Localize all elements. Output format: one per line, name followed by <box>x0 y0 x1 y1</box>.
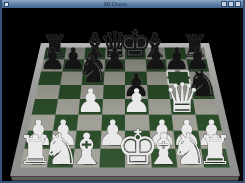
close-button[interactable] <box>235 1 241 7</box>
window-icon <box>4 2 9 7</box>
white-rook-h1[interactable]: ♜ <box>197 127 233 173</box>
render-area: ♜♝♛♚♝♜♟♟♟♟♟♟♟♞♟♞♟♟♛♟♟♟♟♟♟♜♞♝♚♝♞♜ <box>2 8 243 181</box>
minimize-button[interactable] <box>221 1 227 7</box>
window-title: 3D Chess <box>11 0 219 8</box>
app-window: 3D Chess ♜♝♛♚♝♜♟♟♟♟♟♟♟♞♟♞♟♟♛♟♟♟♟♟♟♜♞♝♚♝♞… <box>0 0 245 183</box>
white-bishop-c1[interactable]: ♝ <box>67 124 106 174</box>
square-a5[interactable] <box>35 84 60 98</box>
window-buttons <box>221 1 241 7</box>
maximize-button[interactable] <box>228 1 234 7</box>
title-bar[interactable]: 3D Chess <box>2 0 243 8</box>
